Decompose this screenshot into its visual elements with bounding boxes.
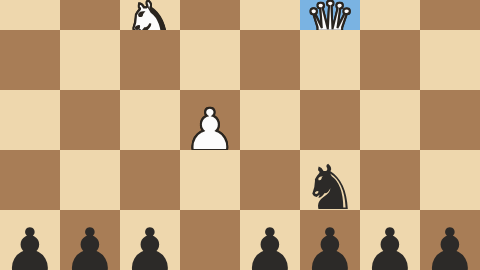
square-e4[interactable] [180,30,240,90]
square-d4[interactable] [240,30,300,90]
square-g3[interactable] [60,0,120,30]
square-d7[interactable]: ♟ [240,210,300,270]
square-c7[interactable]: ♟ [300,210,360,270]
square-b4[interactable] [360,30,420,90]
square-b6[interactable] [360,150,420,210]
white-knight-f3[interactable]: ♞ [120,0,180,30]
square-f6[interactable] [120,150,180,210]
square-h3[interactable] [0,0,60,30]
black-pawn-d7[interactable]: ♟ [240,220,300,270]
square-h5[interactable] [0,90,60,150]
square-c6[interactable]: ♞ [300,150,360,210]
square-e7[interactable] [180,210,240,270]
black-pawn-c7[interactable]: ♟ [300,220,360,270]
square-b5[interactable] [360,90,420,150]
square-b3[interactable] [360,0,420,30]
black-pawn-f7[interactable]: ♟ [120,220,180,270]
chess-board-viewport: ♞♛♟♞♟♟♟♟♟♟♟ [0,0,480,270]
square-a3[interactable] [420,0,480,30]
black-pawn-h7[interactable]: ♟ [0,220,60,270]
chess-board: ♞♛♟♞♟♟♟♟♟♟♟ [0,0,480,270]
square-g6[interactable] [60,150,120,210]
square-g5[interactable] [60,90,120,150]
square-c4[interactable] [300,30,360,90]
black-pawn-g7[interactable]: ♟ [60,220,120,270]
square-d6[interactable] [240,150,300,210]
square-e5[interactable]: ♟ [180,90,240,150]
square-g4[interactable] [60,30,120,90]
square-c3[interactable]: ♛ [300,0,360,30]
square-f3[interactable]: ♞ [120,0,180,30]
square-g7[interactable]: ♟ [60,210,120,270]
black-pawn-b7[interactable]: ♟ [360,220,420,270]
square-a5[interactable] [420,90,480,150]
black-pawn-a7[interactable]: ♟ [420,220,480,270]
square-b7[interactable]: ♟ [360,210,420,270]
white-queen-c3[interactable]: ♛ [300,0,360,30]
square-h6[interactable] [0,150,60,210]
square-a6[interactable] [420,150,480,210]
square-h7[interactable]: ♟ [0,210,60,270]
square-e6[interactable] [180,150,240,210]
square-d3[interactable] [240,0,300,30]
square-e3[interactable] [180,0,240,30]
square-h4[interactable] [0,30,60,90]
square-f4[interactable] [120,30,180,90]
square-a4[interactable] [420,30,480,90]
square-f5[interactable] [120,90,180,150]
square-a7[interactable]: ♟ [420,210,480,270]
square-c5[interactable] [300,90,360,150]
square-f7[interactable]: ♟ [120,210,180,270]
square-d5[interactable] [240,90,300,150]
